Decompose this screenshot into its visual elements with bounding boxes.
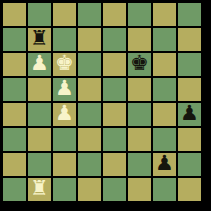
white-rook-icon[interactable]: ♜: [30, 178, 49, 200]
square-b6[interactable]: ♟: [28, 53, 51, 76]
square-c3[interactable]: [53, 128, 76, 151]
square-g3[interactable]: [153, 128, 176, 151]
black-pawn-icon[interactable]: ♟: [155, 153, 174, 175]
square-b2[interactable]: [28, 153, 51, 176]
square-d1[interactable]: [78, 178, 101, 201]
square-g1[interactable]: [153, 178, 176, 201]
square-h1[interactable]: [178, 178, 201, 201]
square-a6[interactable]: [3, 53, 26, 76]
square-b8[interactable]: [28, 3, 51, 26]
square-g4[interactable]: [153, 103, 176, 126]
square-a1[interactable]: [3, 178, 26, 201]
square-g5[interactable]: [153, 78, 176, 101]
square-f2[interactable]: [128, 153, 151, 176]
square-e6[interactable]: [103, 53, 126, 76]
square-e2[interactable]: [103, 153, 126, 176]
square-a5[interactable]: [3, 78, 26, 101]
square-c4[interactable]: ♟: [53, 103, 76, 126]
square-d7[interactable]: [78, 28, 101, 51]
square-f1[interactable]: [128, 178, 151, 201]
square-e8[interactable]: [103, 3, 126, 26]
square-b5[interactable]: [28, 78, 51, 101]
square-a8[interactable]: [3, 3, 26, 26]
square-h3[interactable]: [178, 128, 201, 151]
square-d6[interactable]: [78, 53, 101, 76]
square-c7[interactable]: [53, 28, 76, 51]
black-rook-icon[interactable]: ♜: [30, 28, 49, 50]
white-pawn-icon[interactable]: ♟: [55, 103, 74, 125]
square-h8[interactable]: [178, 3, 201, 26]
square-a3[interactable]: [3, 128, 26, 151]
square-a2[interactable]: [3, 153, 26, 176]
square-h5[interactable]: [178, 78, 201, 101]
square-d8[interactable]: [78, 3, 101, 26]
square-d5[interactable]: [78, 78, 101, 101]
square-e1[interactable]: [103, 178, 126, 201]
chess-board-window: ♜♟♚♚♟♟♟♟♜: [0, 0, 211, 211]
square-h2[interactable]: [178, 153, 201, 176]
square-f3[interactable]: [128, 128, 151, 151]
square-e7[interactable]: [103, 28, 126, 51]
square-f4[interactable]: [128, 103, 151, 126]
square-e4[interactable]: [103, 103, 126, 126]
square-g6[interactable]: [153, 53, 176, 76]
white-pawn-icon[interactable]: ♟: [55, 78, 74, 100]
square-h4[interactable]: ♟: [178, 103, 201, 126]
square-h6[interactable]: [178, 53, 201, 76]
black-pawn-icon[interactable]: ♟: [180, 103, 199, 125]
square-c6[interactable]: ♚: [53, 53, 76, 76]
square-f8[interactable]: [128, 3, 151, 26]
square-d4[interactable]: [78, 103, 101, 126]
square-b3[interactable]: [28, 128, 51, 151]
square-c8[interactable]: [53, 3, 76, 26]
square-a4[interactable]: [3, 103, 26, 126]
square-b4[interactable]: [28, 103, 51, 126]
square-f5[interactable]: [128, 78, 151, 101]
square-c5[interactable]: ♟: [53, 78, 76, 101]
square-g8[interactable]: [153, 3, 176, 26]
square-g7[interactable]: [153, 28, 176, 51]
square-c2[interactable]: [53, 153, 76, 176]
square-e3[interactable]: [103, 128, 126, 151]
square-f7[interactable]: [128, 28, 151, 51]
square-b7[interactable]: ♜: [28, 28, 51, 51]
square-b1[interactable]: ♜: [28, 178, 51, 201]
white-pawn-icon[interactable]: ♟: [30, 53, 49, 75]
square-h7[interactable]: [178, 28, 201, 51]
square-f6[interactable]: ♚: [128, 53, 151, 76]
square-d2[interactable]: [78, 153, 101, 176]
square-c1[interactable]: [53, 178, 76, 201]
square-d3[interactable]: [78, 128, 101, 151]
chess-board: ♜♟♚♚♟♟♟♟♜: [3, 3, 201, 201]
square-a7[interactable]: [3, 28, 26, 51]
square-g2[interactable]: ♟: [153, 153, 176, 176]
white-king-icon[interactable]: ♚: [55, 53, 74, 75]
square-e5[interactable]: [103, 78, 126, 101]
black-king-icon[interactable]: ♚: [130, 53, 149, 75]
